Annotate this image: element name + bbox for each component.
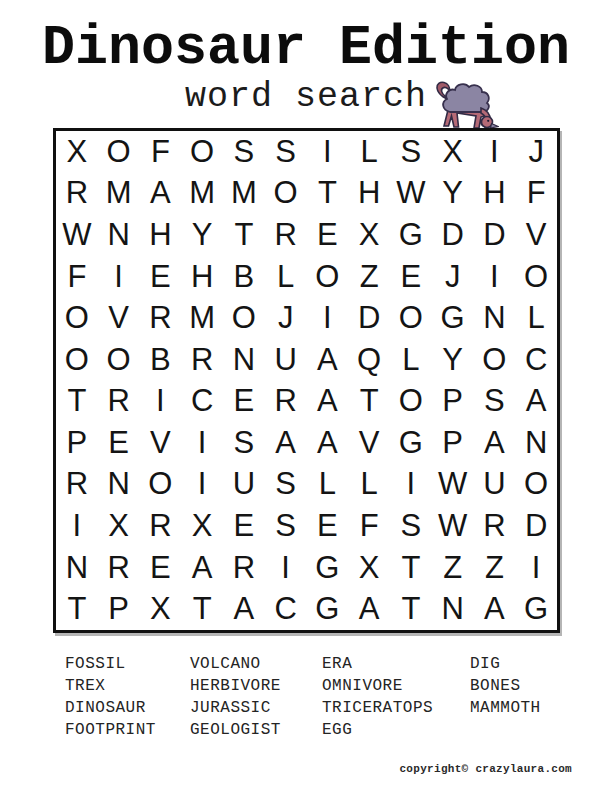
grid-cell[interactable]: O: [181, 131, 223, 173]
word-list-item: ERA: [322, 653, 433, 675]
grid-cell[interactable]: S: [265, 131, 307, 173]
grid-cell[interactable]: J: [265, 297, 307, 339]
grid-cell[interactable]: F: [140, 131, 182, 173]
grid-cell[interactable]: E: [98, 422, 140, 464]
grid-cell[interactable]: S: [223, 131, 265, 173]
grid-cell[interactable]: Z: [474, 547, 516, 589]
grid-cell[interactable]: Z: [432, 547, 474, 589]
grid-cell[interactable]: R: [140, 505, 182, 547]
grid-cell[interactable]: A: [265, 422, 307, 464]
grid-cell[interactable]: O: [223, 297, 265, 339]
grid-cell[interactable]: H: [348, 173, 390, 215]
grid-cell[interactable]: Y: [181, 214, 223, 256]
grid-cell[interactable]: W: [432, 464, 474, 506]
grid-cell[interactable]: R: [98, 547, 140, 589]
grid-cell[interactable]: O: [307, 256, 349, 298]
grid-cell[interactable]: J: [515, 131, 557, 173]
grid-cell[interactable]: H: [474, 173, 516, 215]
grid-cell[interactable]: P: [56, 422, 98, 464]
word-list-item: EGG: [322, 719, 433, 741]
grid-cell[interactable]: T: [181, 588, 223, 630]
grid-cell[interactable]: V: [515, 214, 557, 256]
word-list-item: BONES: [470, 675, 541, 697]
word-list-item: TREX: [65, 675, 156, 697]
subtitle-row: word search: [0, 80, 612, 115]
word-list-item: GEOLOGIST: [190, 719, 281, 741]
grid-cell[interactable]: L: [307, 464, 349, 506]
word-bank-column: VOLCANOHERBIVOREJURASSICGEOLOGIST: [190, 653, 281, 741]
subtitle: word search: [185, 77, 427, 117]
grid-cell[interactable]: M: [98, 173, 140, 215]
grid-cell[interactable]: U: [265, 339, 307, 381]
grid-cell[interactable]: X: [181, 505, 223, 547]
worksheet-page: Dinosaur Edition word search XOFOSSILSXI…: [0, 0, 612, 792]
grid-cell[interactable]: S: [223, 422, 265, 464]
grid-cell[interactable]: G: [390, 214, 432, 256]
grid-cell[interactable]: H: [140, 214, 182, 256]
grid-cell[interactable]: I: [474, 131, 516, 173]
grid-cell[interactable]: L: [515, 297, 557, 339]
grid-cell[interactable]: I: [98, 256, 140, 298]
grid-cell[interactable]: W: [432, 505, 474, 547]
grid-cell[interactable]: I: [515, 547, 557, 589]
grid-cell[interactable]: O: [515, 256, 557, 298]
grid-cell[interactable]: Q: [348, 339, 390, 381]
grid-cell[interactable]: R: [181, 339, 223, 381]
word-list: FOSSILTREXDINOSAURFOOTPRINTVOLCANOHERBIV…: [0, 653, 612, 749]
grid-cell[interactable]: O: [390, 380, 432, 422]
grid-cell[interactable]: A: [474, 422, 516, 464]
word-list-item: HERBIVORE: [190, 675, 281, 697]
grid-cell[interactable]: N: [56, 547, 98, 589]
grid-cell[interactable]: V: [348, 422, 390, 464]
grid-cell[interactable]: I: [265, 547, 307, 589]
grid-cell[interactable]: P: [432, 422, 474, 464]
grid-cell[interactable]: G: [432, 297, 474, 339]
grid-cell[interactable]: A: [307, 422, 349, 464]
grid-cell[interactable]: O: [515, 464, 557, 506]
grid-cell[interactable]: I: [307, 297, 349, 339]
grid-cell[interactable]: E: [307, 214, 349, 256]
grid-cell[interactable]: F: [515, 173, 557, 215]
grid-cell[interactable]: D: [348, 297, 390, 339]
grid-cell[interactable]: S: [390, 131, 432, 173]
word-list-item: TRICERATOPS: [322, 697, 433, 719]
word-search-grid: XOFOSSILSXIJRMAMMOTHWYHFWNHYTREXGDDVFIEH…: [53, 128, 560, 633]
grid-cell[interactable]: T: [390, 547, 432, 589]
grid-cell[interactable]: V: [98, 297, 140, 339]
grid-cell[interactable]: I: [181, 422, 223, 464]
grid-cell[interactable]: A: [515, 380, 557, 422]
grid-cell[interactable]: X: [348, 214, 390, 256]
grid-cell[interactable]: E: [390, 256, 432, 298]
grid-cell[interactable]: C: [515, 339, 557, 381]
grid-cell[interactable]: L: [348, 131, 390, 173]
grid-cell[interactable]: T: [223, 214, 265, 256]
grid-cell[interactable]: W: [390, 173, 432, 215]
grid-cell[interactable]: Y: [432, 173, 474, 215]
grid-cell[interactable]: Y: [432, 339, 474, 381]
grid-cell[interactable]: C: [181, 380, 223, 422]
word-list-item: DIG: [470, 653, 541, 675]
grid-cell[interactable]: Z: [348, 256, 390, 298]
grid-cell[interactable]: I: [390, 464, 432, 506]
grid-cell[interactable]: I: [56, 505, 98, 547]
grid-cell[interactable]: A: [223, 588, 265, 630]
grid-cell[interactable]: I: [140, 380, 182, 422]
grid-cell[interactable]: A: [181, 547, 223, 589]
grid-cell[interactable]: R: [140, 297, 182, 339]
grid-cell[interactable]: A: [474, 588, 516, 630]
grid-cell[interactable]: X: [98, 505, 140, 547]
grid-cell[interactable]: A: [140, 173, 182, 215]
grid-cell[interactable]: W: [56, 214, 98, 256]
grid-cell[interactable]: D: [474, 214, 516, 256]
grid-cell[interactable]: D: [432, 214, 474, 256]
grid-cell[interactable]: T: [56, 380, 98, 422]
word-list-item: OMNIVORE: [322, 675, 433, 697]
word-bank-column: ERAOMNIVORETRICERATOPSEGG: [322, 653, 433, 741]
grid-cell[interactable]: N: [432, 588, 474, 630]
grid-cell[interactable]: O: [390, 297, 432, 339]
grid-cell[interactable]: L: [348, 464, 390, 506]
grid-cell[interactable]: O: [56, 297, 98, 339]
grid-cell[interactable]: A: [348, 588, 390, 630]
grid-cell[interactable]: P: [432, 380, 474, 422]
grid-cell[interactable]: M: [223, 173, 265, 215]
grid-cell[interactable]: T: [348, 380, 390, 422]
grid-cell[interactable]: C: [265, 588, 307, 630]
grid-cell[interactable]: I: [181, 464, 223, 506]
grid-cell[interactable]: N: [98, 214, 140, 256]
grid-cell[interactable]: L: [265, 256, 307, 298]
grid-cell[interactable]: E: [223, 505, 265, 547]
dinosaur-icon: [424, 80, 499, 132]
grid-cell[interactable]: B: [223, 256, 265, 298]
grid-cell[interactable]: U: [223, 464, 265, 506]
grid-cell[interactable]: X: [432, 131, 474, 173]
grid-cell[interactable]: A: [307, 380, 349, 422]
word-bank-column: DIGBONESMAMMOTH: [470, 653, 541, 719]
grid-cell[interactable]: P: [98, 588, 140, 630]
grid-cell[interactable]: G: [307, 588, 349, 630]
grid-cell[interactable]: X: [140, 588, 182, 630]
grid-cell[interactable]: R: [56, 464, 98, 506]
grid-cell[interactable]: R: [474, 505, 516, 547]
grid-cell[interactable]: X: [56, 131, 98, 173]
grid-cell[interactable]: N: [98, 464, 140, 506]
word-list-item: JURASSIC: [190, 697, 281, 719]
grid-cell[interactable]: R: [98, 380, 140, 422]
grid-cell[interactable]: B: [140, 339, 182, 381]
grid-cell[interactable]: G: [390, 422, 432, 464]
grid-cell[interactable]: O: [98, 339, 140, 381]
word-list-item: FOSSIL: [65, 653, 156, 675]
grid-cell[interactable]: F: [348, 505, 390, 547]
grid-cell[interactable]: T: [390, 588, 432, 630]
grid-cell[interactable]: D: [515, 505, 557, 547]
grid-cell[interactable]: E: [140, 547, 182, 589]
grid-cell[interactable]: T: [56, 588, 98, 630]
grid-cell[interactable]: S: [474, 380, 516, 422]
grid-cell[interactable]: R: [265, 380, 307, 422]
copyright-text: copyright© crazylaura.com: [399, 764, 572, 775]
grid-cell[interactable]: O: [56, 339, 98, 381]
grid-cell[interactable]: I: [474, 256, 516, 298]
grid-cell[interactable]: L: [390, 339, 432, 381]
word-list-item: VOLCANO: [190, 653, 281, 675]
grid-cell[interactable]: O: [140, 464, 182, 506]
grid-cell[interactable]: E: [223, 380, 265, 422]
grid-cell[interactable]: N: [223, 339, 265, 381]
grid-cell[interactable]: O: [474, 339, 516, 381]
grid-cell[interactable]: J: [432, 256, 474, 298]
word-list-item: DINOSAUR: [65, 697, 156, 719]
grid-cell[interactable]: M: [181, 173, 223, 215]
grid-cell[interactable]: G: [515, 588, 557, 630]
grid-cell[interactable]: M: [181, 297, 223, 339]
word-list-item: MAMMOTH: [470, 697, 541, 719]
grid-cell[interactable]: F: [56, 256, 98, 298]
grid-cell[interactable]: E: [307, 505, 349, 547]
grid-cell[interactable]: G: [307, 547, 349, 589]
grid-cell[interactable]: N: [474, 297, 516, 339]
grid-cell[interactable]: R: [223, 547, 265, 589]
grid-cell[interactable]: R: [265, 214, 307, 256]
grid-cell[interactable]: V: [140, 422, 182, 464]
grid-cell[interactable]: X: [348, 547, 390, 589]
page-title: Dinosaur Edition: [0, 20, 612, 78]
grid-cell[interactable]: S: [265, 505, 307, 547]
grid-cell[interactable]: R: [56, 173, 98, 215]
grid-cell[interactable]: U: [474, 464, 516, 506]
grid-cell[interactable]: N: [515, 422, 557, 464]
word-list-item: FOOTPRINT: [65, 719, 156, 741]
grid-cell[interactable]: E: [140, 256, 182, 298]
grid-cell[interactable]: O: [265, 173, 307, 215]
grid-cell[interactable]: S: [265, 464, 307, 506]
grid-cell[interactable]: A: [307, 339, 349, 381]
word-bank-column: FOSSILTREXDINOSAURFOOTPRINT: [65, 653, 156, 741]
grid-cell[interactable]: T: [307, 173, 349, 215]
grid-cell[interactable]: I: [307, 131, 349, 173]
grid-cell[interactable]: H: [181, 256, 223, 298]
grid-cell[interactable]: S: [390, 505, 432, 547]
grid-cell[interactable]: O: [98, 131, 140, 173]
